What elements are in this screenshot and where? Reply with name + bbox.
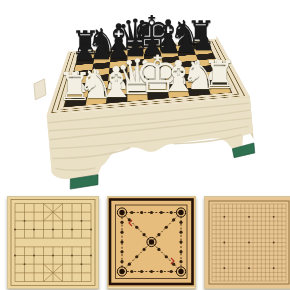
go-board [204, 196, 290, 289]
finger-notch [34, 79, 47, 100]
track-game-board [107, 196, 196, 289]
extra-boards-row [0, 196, 290, 289]
chess-piece[interactable]: ♟ [192, 28, 215, 54]
xiangqi-board [7, 196, 99, 289]
chess-piece[interactable]: ♜ [203, 55, 237, 93]
product-photo: ♜♞♝♛♚♝♞♜♟♟♟♟♟♟♟♟♟♟♟♟♟♟♟♟♜♞♝♛♚♝♞♜ [0, 0, 290, 290]
